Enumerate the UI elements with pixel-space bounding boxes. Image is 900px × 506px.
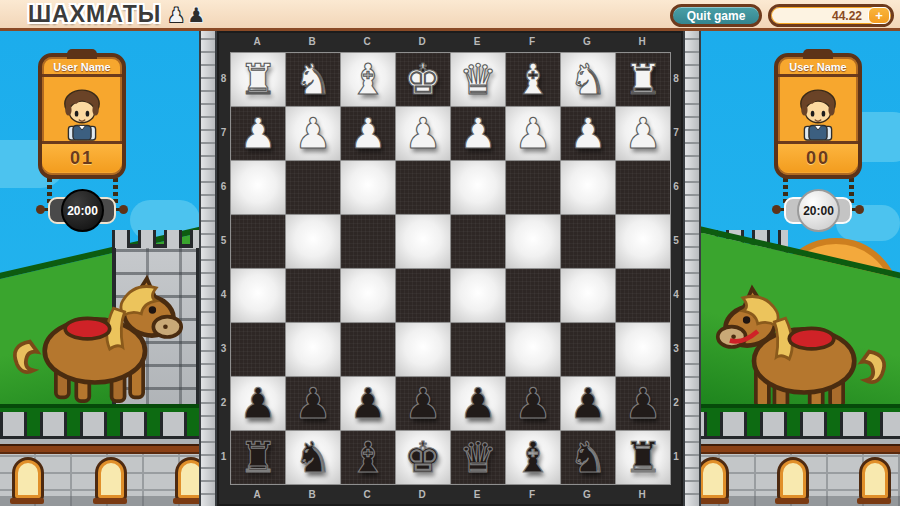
- castle-window: [780, 460, 806, 498]
- square-a1[interactable]: ♜: [231, 431, 285, 484]
- file-label: F: [505, 31, 559, 52]
- file-label: E: [450, 484, 504, 505]
- rank-label: 5: [217, 214, 230, 267]
- file-label: C: [340, 31, 394, 52]
- square-e8[interactable]: ♛: [451, 53, 505, 106]
- square-h1[interactable]: ♜: [616, 431, 670, 484]
- square-b2[interactable]: ♟: [286, 377, 340, 430]
- black-bishop-icon[interactable]: ♝: [349, 437, 387, 479]
- logo-text: ШАХМАТЫ: [28, 1, 161, 27]
- white-pawn-icon[interactable]: ♟: [514, 113, 552, 155]
- square-b1[interactable]: ♞: [286, 431, 340, 484]
- square-a3[interactable]: [231, 323, 285, 376]
- clock-knob: [855, 205, 864, 214]
- white-knight-icon[interactable]: ♞: [294, 59, 332, 101]
- rank-label: 5: [669, 214, 683, 267]
- square-c6[interactable]: [341, 161, 395, 214]
- player-score: 00: [778, 141, 858, 172]
- clock-knob: [36, 205, 45, 214]
- game-screen: ABCDEFGH 87654321 87654321 ♜♞♝♚♛♝♞♜♟♟♟♟♟…: [0, 0, 900, 506]
- file-labels-top: ABCDEFGH: [230, 31, 669, 52]
- file-label: F: [505, 484, 559, 505]
- square-f3[interactable]: [506, 323, 560, 376]
- square-a5[interactable]: [231, 215, 285, 268]
- clock-knob: [772, 205, 781, 214]
- white-rook-icon[interactable]: ♜: [624, 59, 662, 101]
- square-d2[interactable]: ♟: [396, 377, 450, 430]
- rank-label: 7: [669, 106, 683, 159]
- balance-value: 44.22: [771, 9, 868, 23]
- white-pawn-icon[interactable]: ♟: [459, 113, 497, 155]
- rank-label: 1: [217, 430, 230, 483]
- square-b4[interactable]: [286, 269, 340, 322]
- clock-right: 20:00: [797, 189, 840, 232]
- white-pawn-icon: ♟: [167, 3, 186, 27]
- square-g4[interactable]: [561, 269, 615, 322]
- player-avatar: [778, 77, 858, 141]
- clock-time: 20:00: [803, 204, 834, 218]
- player-name: User Name: [42, 57, 122, 77]
- white-bishop-icon[interactable]: ♝: [514, 59, 552, 101]
- square-f1[interactable]: ♝: [506, 431, 560, 484]
- file-label: G: [560, 484, 614, 505]
- rank-label: 2: [217, 376, 230, 429]
- square-d4[interactable]: [396, 269, 450, 322]
- stone-pillar-left: [199, 31, 217, 506]
- square-b6[interactable]: [286, 161, 340, 214]
- square-g2[interactable]: ♟: [561, 377, 615, 430]
- square-b8[interactable]: ♞: [286, 53, 340, 106]
- file-label: A: [230, 31, 284, 52]
- square-h6[interactable]: [616, 161, 670, 214]
- square-d7[interactable]: ♟: [396, 107, 450, 160]
- rank-labels-right: 87654321: [669, 52, 683, 483]
- square-e7[interactable]: ♟: [451, 107, 505, 160]
- file-label: C: [340, 484, 394, 505]
- chess-board: ABCDEFGH 87654321 87654321 ♜♞♝♚♛♝♞♜♟♟♟♟♟…: [217, 31, 683, 506]
- top-bar: ШАХМАТЫ♟♟ Quit game 44.22 +: [0, 0, 900, 31]
- horse-illustration-right: [702, 276, 897, 418]
- file-label: D: [395, 31, 449, 52]
- rank-label: 3: [217, 322, 230, 375]
- logo-pawn-icons: ♟♟: [167, 3, 206, 27]
- square-c1[interactable]: ♝: [341, 431, 395, 484]
- square-e1[interactable]: ♛: [451, 431, 505, 484]
- square-d1[interactable]: ♚: [396, 431, 450, 484]
- white-rook-icon[interactable]: ♜: [239, 59, 277, 101]
- square-g3[interactable]: [561, 323, 615, 376]
- black-pawn-icon[interactable]: ♟: [404, 383, 442, 425]
- black-pawn-icon[interactable]: ♟: [349, 383, 387, 425]
- rank-label: 6: [669, 160, 683, 213]
- square-h3[interactable]: [616, 323, 670, 376]
- square-g6[interactable]: [561, 161, 615, 214]
- card-tab: [67, 49, 97, 59]
- square-e3[interactable]: [451, 323, 505, 376]
- white-pawn-icon[interactable]: ♟: [624, 113, 662, 155]
- square-h2[interactable]: ♟: [616, 377, 670, 430]
- rank-label: 6: [217, 160, 230, 213]
- player-avatar: [42, 77, 122, 141]
- square-f5[interactable]: [506, 215, 560, 268]
- square-c8[interactable]: ♝: [341, 53, 395, 106]
- file-labels-bottom: ABCDEFGH: [230, 484, 669, 505]
- square-d5[interactable]: [396, 215, 450, 268]
- square-b3[interactable]: [286, 323, 340, 376]
- square-e5[interactable]: [451, 215, 505, 268]
- rank-label: 3: [669, 322, 683, 375]
- black-queen-icon[interactable]: ♛: [459, 437, 497, 479]
- square-e2[interactable]: ♟: [451, 377, 505, 430]
- castle-window: [98, 460, 124, 498]
- black-knight-icon[interactable]: ♞: [294, 437, 332, 479]
- square-h7[interactable]: ♟: [616, 107, 670, 160]
- square-b7[interactable]: ♟: [286, 107, 340, 160]
- file-label: A: [230, 484, 284, 505]
- rank-label: 4: [217, 268, 230, 321]
- black-knight-icon[interactable]: ♞: [569, 437, 607, 479]
- square-g5[interactable]: [561, 215, 615, 268]
- white-king-icon[interactable]: ♚: [404, 59, 442, 101]
- black-king-icon[interactable]: ♚: [404, 437, 442, 479]
- square-c3[interactable]: [341, 323, 395, 376]
- square-h5[interactable]: [616, 215, 670, 268]
- file-label: B: [285, 484, 339, 505]
- white-pawn-icon[interactable]: ♟: [404, 113, 442, 155]
- rank-label: 8: [217, 52, 230, 105]
- white-queen-icon[interactable]: ♛: [459, 59, 497, 101]
- rank-label: 4: [669, 268, 683, 321]
- horse-illustration-left: [2, 266, 197, 408]
- board-squares: ♜♞♝♚♛♝♞♜♟♟♟♟♟♟♟♟♟♟♟♟♟♟♟♟♜♞♝♚♛♝♞♜: [230, 52, 671, 485]
- player-card-left: User Name 01: [38, 53, 126, 179]
- square-a8[interactable]: ♜: [231, 53, 285, 106]
- balance-widget: 44.22 +: [768, 4, 894, 27]
- black-rook-icon[interactable]: ♜: [624, 437, 662, 479]
- rank-label: 8: [669, 52, 683, 105]
- black-pawn-icon[interactable]: ♟: [294, 383, 332, 425]
- square-d6[interactable]: [396, 161, 450, 214]
- square-g1[interactable]: ♞: [561, 431, 615, 484]
- castle-window: [700, 460, 726, 498]
- black-pawn-icon[interactable]: ♟: [239, 383, 277, 425]
- square-a4[interactable]: [231, 269, 285, 322]
- square-g7[interactable]: ♟: [561, 107, 615, 160]
- stone-pillar-right: [683, 31, 701, 506]
- square-e4[interactable]: [451, 269, 505, 322]
- square-f4[interactable]: [506, 269, 560, 322]
- player-card-right: User Name 00: [774, 53, 862, 179]
- square-h8[interactable]: ♜: [616, 53, 670, 106]
- black-pawn-icon[interactable]: ♟: [569, 383, 607, 425]
- tower-battlements: [112, 230, 200, 248]
- white-knight-icon[interactable]: ♞: [569, 59, 607, 101]
- file-label: E: [450, 31, 504, 52]
- file-label: B: [285, 31, 339, 52]
- clock-time: 20:00: [67, 204, 98, 218]
- square-h4[interactable]: [616, 269, 670, 322]
- square-b5[interactable]: [286, 215, 340, 268]
- square-c2[interactable]: ♟: [341, 377, 395, 430]
- square-a7[interactable]: ♟: [231, 107, 285, 160]
- app-logo: ШАХМАТЫ♟♟: [28, 1, 206, 28]
- castle-window: [862, 460, 888, 498]
- square-f6[interactable]: [506, 161, 560, 214]
- square-c7[interactable]: ♟: [341, 107, 395, 160]
- add-funds-button[interactable]: +: [868, 7, 890, 24]
- black-pawn-icon: ♟: [187, 3, 206, 27]
- square-f7[interactable]: ♟: [506, 107, 560, 160]
- white-pawn-icon[interactable]: ♟: [294, 113, 332, 155]
- square-e6[interactable]: [451, 161, 505, 214]
- square-a6[interactable]: [231, 161, 285, 214]
- card-tab: [803, 49, 833, 59]
- black-pawn-icon[interactable]: ♟: [459, 383, 497, 425]
- quit-game-button[interactable]: Quit game: [670, 4, 762, 27]
- square-g8[interactable]: ♞: [561, 53, 615, 106]
- white-pawn-icon[interactable]: ♟: [349, 113, 387, 155]
- square-d8[interactable]: ♚: [396, 53, 450, 106]
- file-label: G: [560, 31, 614, 52]
- square-f2[interactable]: ♟: [506, 377, 560, 430]
- rank-labels-left: 87654321: [217, 52, 230, 483]
- rank-label: 1: [669, 430, 683, 483]
- square-a2[interactable]: ♟: [231, 377, 285, 430]
- player-score: 01: [42, 141, 122, 172]
- white-pawn-icon[interactable]: ♟: [239, 113, 277, 155]
- file-label: H: [615, 31, 669, 52]
- clock-knob: [119, 205, 128, 214]
- square-d3[interactable]: [396, 323, 450, 376]
- rank-label: 2: [669, 376, 683, 429]
- white-pawn-icon[interactable]: ♟: [569, 113, 607, 155]
- rank-label: 7: [217, 106, 230, 159]
- square-f8[interactable]: ♝: [506, 53, 560, 106]
- castle-window: [15, 460, 41, 498]
- square-c4[interactable]: [341, 269, 395, 322]
- clock-left: 20:00: [61, 189, 104, 232]
- player-name: User Name: [778, 57, 858, 77]
- black-pawn-icon[interactable]: ♟: [514, 383, 552, 425]
- file-label: H: [615, 484, 669, 505]
- square-c5[interactable]: [341, 215, 395, 268]
- file-label: D: [395, 484, 449, 505]
- black-pawn-icon[interactable]: ♟: [624, 383, 662, 425]
- black-rook-icon[interactable]: ♜: [239, 437, 277, 479]
- black-bishop-icon[interactable]: ♝: [514, 437, 552, 479]
- white-bishop-icon[interactable]: ♝: [349, 59, 387, 101]
